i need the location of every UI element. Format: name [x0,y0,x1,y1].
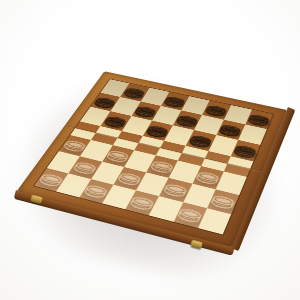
checkers-board-photo: ⛂⛂⛂⛂⛂⛂⛂⛂⛂⛂⛂⛂⛂⛂⛂⛂⛂⛂⛂⛂⛂⛂⛂⛂ [0,0,300,300]
